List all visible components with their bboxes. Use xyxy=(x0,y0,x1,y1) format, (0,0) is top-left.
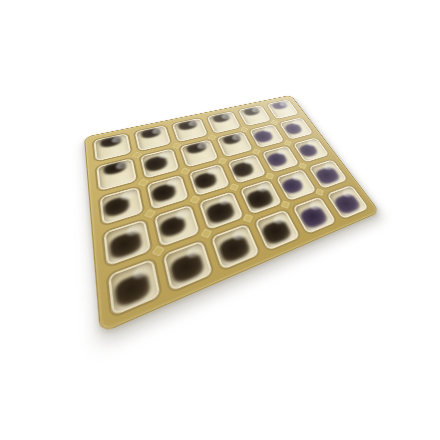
junction-diamond xyxy=(281,200,291,208)
cavity-shadow xyxy=(283,122,304,135)
cavity-shadow xyxy=(231,161,255,179)
cavity-shadow xyxy=(158,214,187,240)
cavity-shadow xyxy=(271,101,289,110)
cavity-shadow xyxy=(205,200,237,226)
junction-diamond xyxy=(243,214,254,223)
cavity-shadow xyxy=(169,251,206,286)
cavity-shadow xyxy=(141,127,163,139)
cavity-shadow xyxy=(193,171,218,190)
cavity-shadow xyxy=(314,166,342,186)
cavity-shadow xyxy=(280,176,305,195)
cavity-shadow xyxy=(100,135,123,148)
photo-background xyxy=(0,0,440,440)
cavity-shadow xyxy=(253,129,275,143)
cavity-shadow xyxy=(103,195,131,219)
cavity-shadow xyxy=(245,187,275,211)
cavity-shadow xyxy=(211,113,231,124)
cavity-shadow xyxy=(113,271,152,310)
tray-cavity xyxy=(160,238,216,295)
cavity-shadow xyxy=(266,151,289,167)
cavity-shadow xyxy=(217,234,252,265)
junction-diamond xyxy=(229,184,239,192)
cavity-shadow xyxy=(150,182,177,203)
tray-grid xyxy=(92,99,371,320)
cavity-shadow xyxy=(144,155,169,173)
cavity-shadow xyxy=(221,133,242,145)
tray-cavity xyxy=(209,222,262,273)
cavity-shadow xyxy=(298,205,329,231)
cavity-shadow xyxy=(242,107,261,117)
cavity-shadow xyxy=(178,120,199,131)
cavity-shadow xyxy=(186,142,208,155)
cavity-shadow xyxy=(260,218,293,246)
cavity-shadow xyxy=(108,229,143,261)
tray xyxy=(84,95,380,334)
cavity-shadow xyxy=(103,161,127,177)
cavity-shadow xyxy=(297,143,320,158)
cavity-shadow xyxy=(333,192,363,215)
